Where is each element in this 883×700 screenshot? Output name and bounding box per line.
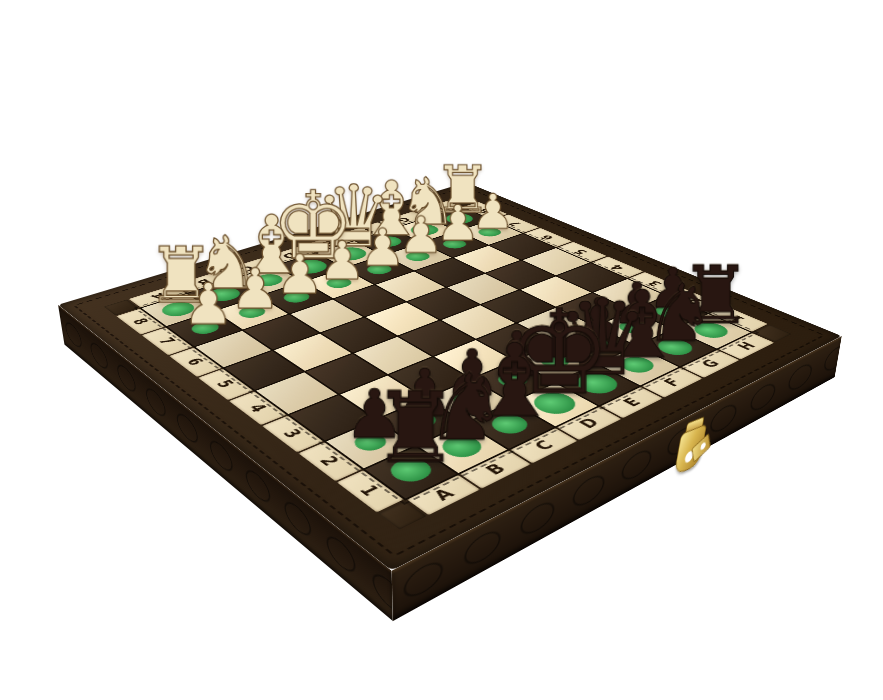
chess-box: ABCDEFGH ABCDEFGH 87654321 87654321 ♜♞♝♚… [58,182,842,570]
white-pawn-a7: ♟ [147,278,269,330]
brass-clasp [669,413,712,489]
black-rook-a1: ♜ [341,384,491,474]
product-photo: ABCDEFGH ABCDEFGH 87654321 87654321 ♜♞♝♚… [0,0,883,700]
